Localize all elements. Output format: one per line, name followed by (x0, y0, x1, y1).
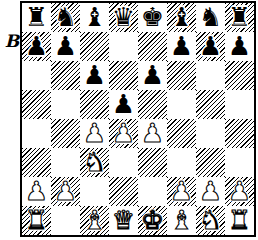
piece-white-king: ♚ (138, 206, 167, 235)
square-a7: ♟ (22, 32, 51, 61)
square-e5 (138, 90, 167, 119)
square-a4 (22, 119, 51, 148)
chess-diagram: B ♜♞♝♛♚♝♞♜♟♟♟♟♟♟♟♟♟♟♟♞♟♟♟♟♟♜♝♛♚♝♞♜ (0, 0, 258, 240)
square-e8: ♚ (138, 3, 167, 32)
square-h5 (225, 90, 254, 119)
square-g4 (196, 119, 225, 148)
square-h1: ♜ (225, 206, 254, 235)
square-e6: ♟ (138, 61, 167, 90)
piece-black-pawn: ♟ (80, 61, 109, 90)
piece-white-pawn: ♟ (196, 177, 225, 206)
square-b5 (51, 90, 80, 119)
square-e4: ♟ (138, 119, 167, 148)
square-b8: ♞ (51, 3, 80, 32)
square-c6: ♟ (80, 61, 109, 90)
piece-black-pawn: ♟ (225, 32, 254, 61)
piece-white-pawn: ♟ (167, 177, 196, 206)
square-f6 (167, 61, 196, 90)
square-d1: ♛ (109, 206, 138, 235)
square-b1 (51, 206, 80, 235)
square-h3 (225, 148, 254, 177)
square-a5 (22, 90, 51, 119)
piece-black-rook: ♜ (22, 3, 51, 32)
piece-white-pawn: ♟ (225, 177, 254, 206)
square-d8: ♛ (109, 3, 138, 32)
square-e1: ♚ (138, 206, 167, 235)
square-g6 (196, 61, 225, 90)
side-to-move-label: B (4, 31, 20, 51)
square-h4 (225, 119, 254, 148)
piece-black-knight: ♞ (196, 3, 225, 32)
square-f1: ♝ (167, 206, 196, 235)
piece-black-rook: ♜ (225, 3, 254, 32)
square-b3 (51, 148, 80, 177)
square-a6 (22, 61, 51, 90)
piece-black-king: ♚ (138, 3, 167, 32)
square-g2: ♟ (196, 177, 225, 206)
piece-white-pawn: ♟ (80, 119, 109, 148)
piece-black-pawn: ♟ (196, 32, 225, 61)
square-a2: ♟ (22, 177, 51, 206)
square-d3 (109, 148, 138, 177)
piece-white-rook: ♜ (225, 206, 254, 235)
square-b4 (51, 119, 80, 148)
square-a1: ♜ (22, 206, 51, 235)
square-c2 (80, 177, 109, 206)
piece-white-pawn: ♟ (51, 177, 80, 206)
piece-black-queen: ♛ (109, 3, 138, 32)
square-e7 (138, 32, 167, 61)
piece-black-pawn: ♟ (138, 61, 167, 90)
square-d4: ♟ (109, 119, 138, 148)
square-f7: ♟ (167, 32, 196, 61)
square-c8: ♝ (80, 3, 109, 32)
square-e3 (138, 148, 167, 177)
piece-white-queen: ♛ (109, 206, 138, 235)
piece-white-pawn: ♟ (109, 119, 138, 148)
piece-white-pawn: ♟ (22, 177, 51, 206)
square-g1: ♞ (196, 206, 225, 235)
square-d7 (109, 32, 138, 61)
square-h6 (225, 61, 254, 90)
square-d5: ♟ (109, 90, 138, 119)
piece-black-pawn: ♟ (22, 32, 51, 61)
square-f3 (167, 148, 196, 177)
piece-white-knight: ♞ (80, 148, 109, 177)
square-g3 (196, 148, 225, 177)
square-c1: ♝ (80, 206, 109, 235)
square-g5 (196, 90, 225, 119)
square-h8: ♜ (225, 3, 254, 32)
piece-white-bishop: ♝ (167, 206, 196, 235)
square-b7: ♟ (51, 32, 80, 61)
piece-black-knight: ♞ (51, 3, 80, 32)
piece-black-bishop: ♝ (80, 3, 109, 32)
square-c5 (80, 90, 109, 119)
square-d6 (109, 61, 138, 90)
piece-black-pawn: ♟ (51, 32, 80, 61)
square-d2 (109, 177, 138, 206)
square-a8: ♜ (22, 3, 51, 32)
square-h2: ♟ (225, 177, 254, 206)
square-g8: ♞ (196, 3, 225, 32)
piece-white-rook: ♜ (22, 206, 51, 235)
square-g7: ♟ (196, 32, 225, 61)
square-c3: ♞ (80, 148, 109, 177)
square-f4 (167, 119, 196, 148)
square-c4: ♟ (80, 119, 109, 148)
square-b6 (51, 61, 80, 90)
square-f8: ♝ (167, 3, 196, 32)
piece-black-pawn: ♟ (109, 90, 138, 119)
square-a3 (22, 148, 51, 177)
square-c7 (80, 32, 109, 61)
square-b2: ♟ (51, 177, 80, 206)
square-f5 (167, 90, 196, 119)
piece-black-pawn: ♟ (167, 32, 196, 61)
square-f2: ♟ (167, 177, 196, 206)
chess-board: ♜♞♝♛♚♝♞♜♟♟♟♟♟♟♟♟♟♟♟♞♟♟♟♟♟♜♝♛♚♝♞♜ (20, 1, 256, 237)
square-h7: ♟ (225, 32, 254, 61)
piece-white-knight: ♞ (196, 206, 225, 235)
piece-black-bishop: ♝ (167, 3, 196, 32)
piece-white-pawn: ♟ (138, 119, 167, 148)
square-e2 (138, 177, 167, 206)
piece-white-bishop: ♝ (80, 206, 109, 235)
